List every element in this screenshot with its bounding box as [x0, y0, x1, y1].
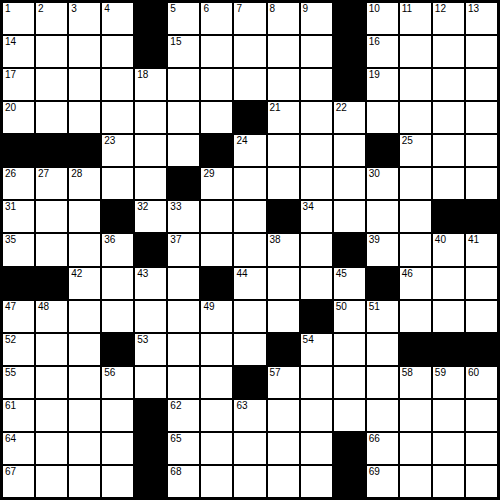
cell-r5c9[interactable] — [268, 135, 299, 166]
cell-r14c10[interactable] — [301, 433, 332, 464]
cell-r15c3[interactable] — [69, 466, 100, 497]
cell-r4c10[interactable] — [301, 102, 332, 133]
clue-number-51: 51 — [369, 301, 380, 313]
clue-number-2: 2 — [38, 3, 44, 15]
black-cell-r15c5 — [135, 466, 166, 497]
cell-r8c7[interactable] — [201, 234, 232, 265]
clue-number-54: 54 — [303, 334, 314, 346]
cell-r5c8[interactable]: 24 — [234, 135, 265, 166]
clue-number-3: 3 — [71, 3, 77, 15]
black-cell-r12c8 — [234, 367, 265, 398]
cell-r11c5[interactable]: 53 — [135, 334, 166, 365]
clue-number-20: 20 — [5, 102, 16, 114]
clue-number-53: 53 — [137, 334, 148, 346]
cell-r8c4[interactable]: 36 — [102, 234, 133, 265]
cell-r6c15[interactable] — [466, 168, 497, 199]
cell-r13c8[interactable]: 63 — [234, 400, 265, 431]
cell-r10c14[interactable] — [433, 301, 464, 332]
cell-r3c2[interactable] — [36, 69, 67, 100]
cell-r11c10[interactable]: 54 — [301, 334, 332, 365]
cell-r7c2[interactable] — [36, 201, 67, 232]
cell-r6c13[interactable] — [400, 168, 431, 199]
cell-r12c10[interactable] — [301, 367, 332, 398]
cell-r12c2[interactable] — [36, 367, 67, 398]
cell-r3c1[interactable]: 17 — [3, 69, 34, 100]
clue-number-24: 24 — [236, 135, 247, 147]
cell-r5c4[interactable]: 23 — [102, 135, 133, 166]
clue-number-23: 23 — [104, 135, 115, 147]
cell-r6c11[interactable] — [334, 168, 365, 199]
cell-r10c7[interactable]: 49 — [201, 301, 232, 332]
black-cell-r5c12 — [367, 135, 398, 166]
cell-r12c15[interactable]: 60 — [466, 367, 497, 398]
crossword-grid: 1234567891011121314151617181920212223242… — [0, 0, 500, 500]
black-cell-r1c5 — [135, 3, 166, 34]
cell-r13c12[interactable] — [367, 400, 398, 431]
cell-r8c8[interactable] — [234, 234, 265, 265]
cell-r4c1[interactable]: 20 — [3, 102, 34, 133]
clue-number-57: 57 — [270, 367, 281, 379]
cell-r8c10[interactable] — [301, 234, 332, 265]
cell-r3c13[interactable] — [400, 69, 431, 100]
cell-r1c10[interactable]: 9 — [301, 3, 332, 34]
black-cell-r9c7 — [201, 268, 232, 299]
cell-r6c7[interactable]: 29 — [201, 168, 232, 199]
cell-r11c8[interactable] — [234, 334, 265, 365]
black-cell-r1c11 — [334, 3, 365, 34]
clue-number-63: 63 — [236, 400, 247, 412]
clue-number-12: 12 — [435, 3, 446, 15]
cell-r4c12[interactable] — [367, 102, 398, 133]
cell-r2c13[interactable] — [400, 36, 431, 67]
cell-r2c8[interactable] — [234, 36, 265, 67]
cell-r4c4[interactable] — [102, 102, 133, 133]
cell-r12c11[interactable] — [334, 367, 365, 398]
cell-r1c13[interactable]: 11 — [400, 3, 431, 34]
cell-r8c2[interactable] — [36, 234, 67, 265]
clue-number-38: 38 — [270, 234, 281, 246]
black-cell-r8c5 — [135, 234, 166, 265]
cell-r5c5[interactable] — [135, 135, 166, 166]
cell-r1c4[interactable]: 4 — [102, 3, 133, 34]
clue-number-37: 37 — [170, 234, 181, 246]
clue-number-14: 14 — [5, 36, 16, 48]
clue-number-44: 44 — [236, 268, 247, 280]
cell-r3c4[interactable] — [102, 69, 133, 100]
clue-number-35: 35 — [5, 234, 16, 246]
clue-number-28: 28 — [71, 168, 82, 180]
black-cell-r2c11 — [334, 36, 365, 67]
clue-number-26: 26 — [5, 168, 16, 180]
cell-r4c5[interactable] — [135, 102, 166, 133]
clue-number-39: 39 — [369, 234, 380, 246]
cell-r2c4[interactable] — [102, 36, 133, 67]
clue-number-56: 56 — [104, 367, 115, 379]
cell-r15c10[interactable] — [301, 466, 332, 497]
cell-r13c7[interactable] — [201, 400, 232, 431]
cell-r7c7[interactable] — [201, 201, 232, 232]
cell-r11c2[interactable] — [36, 334, 67, 365]
cell-r15c12[interactable]: 69 — [367, 466, 398, 497]
cell-r3c9[interactable] — [268, 69, 299, 100]
clue-number-15: 15 — [170, 36, 181, 48]
cell-r5c10[interactable] — [301, 135, 332, 166]
cell-r15c9[interactable] — [268, 466, 299, 497]
clue-number-69: 69 — [369, 466, 380, 478]
black-cell-r7c9 — [268, 201, 299, 232]
cell-r14c7[interactable] — [201, 433, 232, 464]
cell-r13c2[interactable] — [36, 400, 67, 431]
cell-r12c4[interactable]: 56 — [102, 367, 133, 398]
clue-number-52: 52 — [5, 334, 16, 346]
cell-r1c9[interactable]: 8 — [268, 3, 299, 34]
cell-r9c6[interactable] — [168, 268, 199, 299]
cell-r1c1[interactable]: 1 — [3, 3, 34, 34]
black-cell-r5c2 — [36, 135, 67, 166]
cell-r6c12[interactable]: 30 — [367, 168, 398, 199]
cell-r15c8[interactable] — [234, 466, 265, 497]
clue-number-49: 49 — [203, 301, 214, 313]
cell-r5c6[interactable] — [168, 135, 199, 166]
cell-r15c1[interactable]: 67 — [3, 466, 34, 497]
cell-r13c4[interactable] — [102, 400, 133, 431]
cell-r13c15[interactable] — [466, 400, 497, 431]
cell-r4c6[interactable] — [168, 102, 199, 133]
clue-number-68: 68 — [170, 466, 181, 478]
cell-r14c1[interactable]: 64 — [3, 433, 34, 464]
black-cell-r10c10 — [301, 301, 332, 332]
cell-r2c10[interactable] — [301, 36, 332, 67]
cell-r6c10[interactable] — [301, 168, 332, 199]
cell-r1c15[interactable]: 13 — [466, 3, 497, 34]
cell-r13c14[interactable] — [433, 400, 464, 431]
cell-r13c13[interactable] — [400, 400, 431, 431]
clue-number-30: 30 — [369, 168, 380, 180]
clue-number-55: 55 — [5, 367, 16, 379]
cell-r3c14[interactable] — [433, 69, 464, 100]
cell-r9c5[interactable]: 43 — [135, 268, 166, 299]
cell-r9c3[interactable]: 42 — [69, 268, 100, 299]
clue-number-34: 34 — [303, 201, 314, 213]
clue-number-19: 19 — [369, 69, 380, 81]
black-cell-r14c5 — [135, 433, 166, 464]
cell-r1c7[interactable]: 6 — [201, 3, 232, 34]
clue-number-33: 33 — [170, 201, 181, 213]
cell-r6c1[interactable]: 26 — [3, 168, 34, 199]
clue-number-13: 13 — [468, 3, 479, 15]
clue-number-60: 60 — [468, 367, 479, 379]
black-cell-r15c11 — [334, 466, 365, 497]
cell-r3c8[interactable] — [234, 69, 265, 100]
cell-r13c3[interactable] — [69, 400, 100, 431]
cell-r3c3[interactable] — [69, 69, 100, 100]
clue-number-7: 7 — [236, 3, 242, 15]
clue-number-8: 8 — [270, 3, 276, 15]
cell-r1c14[interactable]: 12 — [433, 3, 464, 34]
cell-r2c6[interactable]: 15 — [168, 36, 199, 67]
cell-r14c8[interactable] — [234, 433, 265, 464]
cell-r10c3[interactable] — [69, 301, 100, 332]
cell-r3c7[interactable] — [201, 69, 232, 100]
black-cell-r11c15 — [466, 334, 497, 365]
cell-r6c2[interactable]: 27 — [36, 168, 67, 199]
clue-number-50: 50 — [336, 301, 347, 313]
cell-r11c6[interactable] — [168, 334, 199, 365]
cell-r7c11[interactable] — [334, 201, 365, 232]
cell-r9c13[interactable]: 46 — [400, 268, 431, 299]
cell-r1c12[interactable]: 10 — [367, 3, 398, 34]
cell-r12c12[interactable] — [367, 367, 398, 398]
black-cell-r9c1 — [3, 268, 34, 299]
cell-r14c13[interactable] — [400, 433, 431, 464]
clue-number-40: 40 — [435, 234, 446, 246]
crossword-puzzle: 1234567891011121314151617181920212223242… — [0, 0, 500, 500]
cell-r4c9[interactable]: 21 — [268, 102, 299, 133]
cell-r15c13[interactable] — [400, 466, 431, 497]
black-cell-r7c15 — [466, 201, 497, 232]
clue-number-4: 4 — [104, 3, 110, 15]
clue-number-32: 32 — [137, 201, 148, 213]
black-cell-r11c13 — [400, 334, 431, 365]
cell-r2c14[interactable] — [433, 36, 464, 67]
cell-r8c1[interactable]: 35 — [3, 234, 34, 265]
cell-r12c14[interactable]: 59 — [433, 367, 464, 398]
cell-r9c4[interactable] — [102, 268, 133, 299]
cell-r10c15[interactable] — [466, 301, 497, 332]
clue-number-58: 58 — [402, 367, 413, 379]
cell-r2c7[interactable] — [201, 36, 232, 67]
cell-r8c13[interactable] — [400, 234, 431, 265]
cell-r10c4[interactable] — [102, 301, 133, 332]
clue-number-61: 61 — [5, 400, 16, 412]
clue-number-21: 21 — [270, 102, 281, 114]
cell-r5c11[interactable] — [334, 135, 365, 166]
cell-r8c6[interactable]: 37 — [168, 234, 199, 265]
cell-r13c1[interactable]: 61 — [3, 400, 34, 431]
cell-r4c11[interactable]: 22 — [334, 102, 365, 133]
cell-r5c15[interactable] — [466, 135, 497, 166]
cell-r10c11[interactable]: 50 — [334, 301, 365, 332]
clue-number-41: 41 — [468, 234, 479, 246]
cell-r9c11[interactable]: 45 — [334, 268, 365, 299]
cell-r6c3[interactable]: 28 — [69, 168, 100, 199]
black-cell-r5c7 — [201, 135, 232, 166]
cell-r12c5[interactable] — [135, 367, 166, 398]
cell-r2c12[interactable]: 16 — [367, 36, 398, 67]
cell-r3c12[interactable]: 19 — [367, 69, 398, 100]
cell-r11c1[interactable]: 52 — [3, 334, 34, 365]
cell-r14c14[interactable] — [433, 433, 464, 464]
cell-r8c15[interactable]: 41 — [466, 234, 497, 265]
cell-r7c6[interactable]: 33 — [168, 201, 199, 232]
cell-r7c1[interactable]: 31 — [3, 201, 34, 232]
black-cell-r11c9 — [268, 334, 299, 365]
cell-r13c6[interactable]: 62 — [168, 400, 199, 431]
cell-r12c7[interactable] — [201, 367, 232, 398]
cell-r12c6[interactable] — [168, 367, 199, 398]
cell-r13c11[interactable] — [334, 400, 365, 431]
clue-number-1: 1 — [5, 3, 11, 15]
clue-number-36: 36 — [104, 234, 115, 246]
cell-r12c13[interactable]: 58 — [400, 367, 431, 398]
cell-r15c7[interactable] — [201, 466, 232, 497]
cell-r3c5[interactable]: 18 — [135, 69, 166, 100]
clue-number-65: 65 — [170, 433, 181, 445]
cell-r14c2[interactable] — [36, 433, 67, 464]
cell-r14c4[interactable] — [102, 433, 133, 464]
cell-r13c10[interactable] — [301, 400, 332, 431]
clue-number-47: 47 — [5, 301, 16, 313]
clue-number-64: 64 — [5, 433, 16, 445]
cell-r6c9[interactable] — [268, 168, 299, 199]
cell-r2c15[interactable] — [466, 36, 497, 67]
black-cell-r9c12 — [367, 268, 398, 299]
cell-r14c3[interactable] — [69, 433, 100, 464]
clue-number-45: 45 — [336, 268, 347, 280]
clue-number-46: 46 — [402, 268, 413, 280]
black-cell-r7c4 — [102, 201, 133, 232]
cell-r6c4[interactable] — [102, 168, 133, 199]
cell-r10c1[interactable]: 47 — [3, 301, 34, 332]
cell-r1c2[interactable]: 2 — [36, 3, 67, 34]
cell-r1c8[interactable]: 7 — [234, 3, 265, 34]
cell-r2c2[interactable] — [36, 36, 67, 67]
cell-r5c14[interactable] — [433, 135, 464, 166]
cell-r6c8[interactable] — [234, 168, 265, 199]
black-cell-r11c14 — [433, 334, 464, 365]
cell-r4c15[interactable] — [466, 102, 497, 133]
cell-r14c6[interactable]: 65 — [168, 433, 199, 464]
cell-r15c4[interactable] — [102, 466, 133, 497]
cell-r7c13[interactable] — [400, 201, 431, 232]
cell-r8c14[interactable]: 40 — [433, 234, 464, 265]
black-cell-r6c6 — [168, 168, 199, 199]
cell-r7c12[interactable] — [367, 201, 398, 232]
cell-r10c2[interactable]: 48 — [36, 301, 67, 332]
black-cell-r5c1 — [3, 135, 34, 166]
clue-number-10: 10 — [369, 3, 380, 15]
cell-r11c3[interactable] — [69, 334, 100, 365]
cell-r7c3[interactable] — [69, 201, 100, 232]
clue-number-11: 11 — [402, 3, 412, 15]
cell-r14c12[interactable]: 66 — [367, 433, 398, 464]
clue-number-5: 5 — [170, 3, 176, 15]
black-cell-r2c5 — [135, 36, 166, 67]
clue-number-59: 59 — [435, 367, 446, 379]
cell-r7c8[interactable] — [234, 201, 265, 232]
black-cell-r9c2 — [36, 268, 67, 299]
clue-number-16: 16 — [369, 36, 380, 48]
clue-number-18: 18 — [137, 69, 148, 81]
clue-number-9: 9 — [303, 3, 309, 15]
clue-number-6: 6 — [203, 3, 209, 15]
black-cell-r8c11 — [334, 234, 365, 265]
black-cell-r14c11 — [334, 433, 365, 464]
clue-number-66: 66 — [369, 433, 380, 445]
cell-r8c12[interactable]: 39 — [367, 234, 398, 265]
clue-number-42: 42 — [71, 268, 82, 280]
cell-r9c14[interactable] — [433, 268, 464, 299]
cell-r8c3[interactable] — [69, 234, 100, 265]
clue-number-43: 43 — [137, 268, 148, 280]
clue-number-17: 17 — [5, 69, 16, 81]
cell-r1c6[interactable]: 5 — [168, 3, 199, 34]
clue-number-22: 22 — [336, 102, 347, 114]
cell-r12c9[interactable]: 57 — [268, 367, 299, 398]
cell-r15c14[interactable] — [433, 466, 464, 497]
cell-r15c15[interactable] — [466, 466, 497, 497]
cell-r10c6[interactable] — [168, 301, 199, 332]
cell-r1c3[interactable]: 3 — [69, 3, 100, 34]
cell-r3c15[interactable] — [466, 69, 497, 100]
black-cell-r11c4 — [102, 334, 133, 365]
black-cell-r5c3 — [69, 135, 100, 166]
cell-r15c6[interactable]: 68 — [168, 466, 199, 497]
black-cell-r3c11 — [334, 69, 365, 100]
cell-r10c5[interactable] — [135, 301, 166, 332]
cell-r5c13[interactable]: 25 — [400, 135, 431, 166]
cell-r4c3[interactable] — [69, 102, 100, 133]
cell-r3c6[interactable] — [168, 69, 199, 100]
cell-r9c8[interactable]: 44 — [234, 268, 265, 299]
cell-r2c9[interactable] — [268, 36, 299, 67]
cell-r14c9[interactable] — [268, 433, 299, 464]
cell-r4c2[interactable] — [36, 102, 67, 133]
cell-r12c1[interactable]: 55 — [3, 367, 34, 398]
cell-r9c15[interactable] — [466, 268, 497, 299]
cell-r6c5[interactable] — [135, 168, 166, 199]
cell-r2c1[interactable]: 14 — [3, 36, 34, 67]
cell-r14c15[interactable] — [466, 433, 497, 464]
clue-number-29: 29 — [203, 168, 214, 180]
cell-r11c12[interactable] — [367, 334, 398, 365]
cell-r3c10[interactable] — [301, 69, 332, 100]
cell-r9c9[interactable] — [268, 268, 299, 299]
cell-r10c9[interactable] — [268, 301, 299, 332]
cell-r6c14[interactable] — [433, 168, 464, 199]
cell-r7c5[interactable]: 32 — [135, 201, 166, 232]
black-cell-r7c14 — [433, 201, 464, 232]
cell-r10c13[interactable] — [400, 301, 431, 332]
cell-r10c12[interactable]: 51 — [367, 301, 398, 332]
cell-r15c2[interactable] — [36, 466, 67, 497]
cell-r12c3[interactable] — [69, 367, 100, 398]
cell-r8c9[interactable]: 38 — [268, 234, 299, 265]
cell-r9c10[interactable] — [301, 268, 332, 299]
black-cell-r4c8 — [234, 102, 265, 133]
cell-r2c3[interactable] — [69, 36, 100, 67]
clue-number-67: 67 — [5, 466, 16, 478]
clue-number-48: 48 — [38, 301, 49, 313]
cell-r4c14[interactable] — [433, 102, 464, 133]
cell-r13c9[interactable] — [268, 400, 299, 431]
cell-r10c8[interactable] — [234, 301, 265, 332]
cell-r11c7[interactable] — [201, 334, 232, 365]
clue-number-31: 31 — [5, 201, 16, 213]
cell-r4c13[interactable] — [400, 102, 431, 133]
black-cell-r13c5 — [135, 400, 166, 431]
cell-r4c7[interactable] — [201, 102, 232, 133]
clue-number-62: 62 — [170, 400, 181, 412]
clue-number-25: 25 — [402, 135, 413, 147]
clue-number-27: 27 — [38, 168, 49, 180]
cell-r11c11[interactable] — [334, 334, 365, 365]
cell-r7c10[interactable]: 34 — [301, 201, 332, 232]
